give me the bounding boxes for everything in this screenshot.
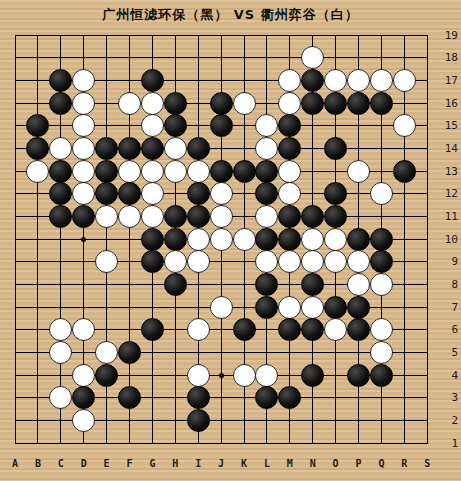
white-stone [118, 92, 141, 115]
black-stone [255, 228, 278, 251]
black-stone [347, 228, 370, 251]
row-label: 15 [438, 119, 458, 132]
black-stone [233, 160, 256, 183]
go-viewer: { "game": "go", "title": "广州恒滤环保（黑） VS 衢… [0, 0, 461, 481]
white-stone [72, 137, 95, 160]
black-stone [301, 318, 324, 341]
white-stone [95, 250, 118, 273]
grid-line-v [15, 35, 16, 444]
row-label: 13 [438, 165, 458, 178]
white-stone [210, 205, 233, 228]
white-stone [233, 364, 256, 387]
white-stone [49, 137, 72, 160]
black-stone [301, 92, 324, 115]
grid-line-h [15, 352, 428, 353]
row-label: 6 [438, 323, 458, 336]
white-stone [255, 137, 278, 160]
black-stone [347, 364, 370, 387]
black-stone [370, 250, 393, 273]
col-label: L [257, 457, 277, 470]
grid-line-h [15, 443, 428, 444]
black-stone [301, 364, 324, 387]
black-stone [278, 318, 301, 341]
white-stone [26, 160, 49, 183]
black-stone [233, 318, 256, 341]
grid-line-h [15, 35, 428, 36]
white-stone [278, 296, 301, 319]
white-stone [347, 160, 370, 183]
black-stone [255, 296, 278, 319]
white-stone [72, 182, 95, 205]
white-stone [370, 273, 393, 296]
black-stone [164, 273, 187, 296]
row-label: 7 [438, 301, 458, 314]
black-stone [118, 341, 141, 364]
black-stone [255, 160, 278, 183]
white-stone [72, 364, 95, 387]
white-stone [72, 69, 95, 92]
black-stone [210, 160, 233, 183]
black-stone [49, 182, 72, 205]
white-stone [187, 250, 210, 273]
black-stone [95, 182, 118, 205]
white-stone [324, 250, 347, 273]
black-stone [95, 160, 118, 183]
black-stone [164, 92, 187, 115]
white-stone [324, 228, 347, 251]
white-stone [255, 205, 278, 228]
black-stone [301, 273, 324, 296]
go-board[interactable]: ABCDEFGHIJKLMNOPQRS191817161514131211109… [0, 0, 461, 481]
white-stone [210, 296, 233, 319]
white-stone [301, 228, 324, 251]
black-stone [393, 160, 416, 183]
white-stone [347, 250, 370, 273]
white-stone [324, 69, 347, 92]
black-stone [347, 318, 370, 341]
col-label: R [394, 457, 414, 470]
col-label: C [51, 457, 71, 470]
black-stone [141, 69, 164, 92]
black-stone [210, 114, 233, 137]
white-stone [49, 386, 72, 409]
black-stone [324, 137, 347, 160]
black-stone [301, 205, 324, 228]
row-label: 9 [438, 255, 458, 268]
black-stone [210, 92, 233, 115]
row-label: 1 [438, 437, 458, 450]
white-stone [324, 318, 347, 341]
black-stone [118, 386, 141, 409]
black-stone [164, 228, 187, 251]
row-label: 19 [438, 29, 458, 42]
black-stone [347, 92, 370, 115]
row-label: 11 [438, 210, 458, 223]
row-label: 5 [438, 346, 458, 359]
black-stone [49, 205, 72, 228]
white-stone [118, 160, 141, 183]
white-stone [370, 341, 393, 364]
white-stone [187, 228, 210, 251]
col-label: Q [371, 457, 391, 470]
col-label: K [234, 457, 254, 470]
white-stone [72, 114, 95, 137]
row-label: 16 [438, 97, 458, 110]
col-label: M [280, 457, 300, 470]
black-stone [255, 182, 278, 205]
white-stone [141, 182, 164, 205]
black-stone [324, 182, 347, 205]
white-stone [141, 205, 164, 228]
star-point [219, 373, 224, 378]
grid-line-v [37, 35, 38, 444]
white-stone [141, 92, 164, 115]
col-label: H [165, 457, 185, 470]
col-label: A [5, 457, 25, 470]
black-stone [370, 228, 393, 251]
white-stone [210, 182, 233, 205]
row-label: 10 [438, 233, 458, 246]
white-stone [164, 160, 187, 183]
row-label: 17 [438, 74, 458, 87]
white-stone [370, 69, 393, 92]
black-stone [164, 114, 187, 137]
white-stone [164, 250, 187, 273]
white-stone [370, 318, 393, 341]
row-label: 2 [438, 414, 458, 427]
col-label: J [211, 457, 231, 470]
black-stone [324, 205, 347, 228]
white-stone [278, 69, 301, 92]
white-stone [278, 92, 301, 115]
white-stone [210, 228, 233, 251]
black-stone [301, 69, 324, 92]
black-stone [278, 114, 301, 137]
col-label: B [28, 457, 48, 470]
black-stone [370, 364, 393, 387]
col-label: I [188, 457, 208, 470]
col-label: O [326, 457, 346, 470]
white-stone [301, 250, 324, 273]
col-label: D [74, 457, 94, 470]
black-stone [95, 137, 118, 160]
row-label: 4 [438, 369, 458, 382]
black-stone [187, 137, 210, 160]
black-stone [347, 296, 370, 319]
black-stone [26, 137, 49, 160]
col-label: S [417, 457, 437, 470]
black-stone [255, 273, 278, 296]
black-stone [72, 386, 95, 409]
white-stone [301, 296, 324, 319]
black-stone [324, 296, 347, 319]
black-stone [95, 364, 118, 387]
white-stone [95, 341, 118, 364]
col-label: N [303, 457, 323, 470]
black-stone [118, 137, 141, 160]
black-stone [324, 92, 347, 115]
black-stone [49, 92, 72, 115]
white-stone [393, 69, 416, 92]
black-stone [141, 137, 164, 160]
white-stone [72, 318, 95, 341]
black-stone [118, 182, 141, 205]
white-stone [278, 182, 301, 205]
white-stone [255, 114, 278, 137]
black-stone [26, 114, 49, 137]
white-stone [95, 205, 118, 228]
white-stone [255, 250, 278, 273]
white-stone [393, 114, 416, 137]
white-stone [278, 160, 301, 183]
white-stone [187, 160, 210, 183]
white-stone [301, 46, 324, 69]
col-label: P [349, 457, 369, 470]
black-stone [187, 386, 210, 409]
col-label: F [120, 457, 140, 470]
black-stone [278, 137, 301, 160]
black-stone [187, 182, 210, 205]
white-stone [72, 92, 95, 115]
white-stone [164, 137, 187, 160]
row-label: 12 [438, 187, 458, 200]
black-stone [278, 205, 301, 228]
row-label: 3 [438, 391, 458, 404]
white-stone [370, 182, 393, 205]
white-stone [347, 69, 370, 92]
white-stone [278, 250, 301, 273]
white-stone [49, 318, 72, 341]
black-stone [141, 228, 164, 251]
black-stone [72, 205, 95, 228]
black-stone [164, 205, 187, 228]
star-point [81, 237, 86, 242]
black-stone [187, 205, 210, 228]
col-label: E [97, 457, 117, 470]
black-stone [49, 69, 72, 92]
white-stone [141, 160, 164, 183]
white-stone [233, 228, 256, 251]
grid-line-v [404, 35, 405, 444]
black-stone [278, 386, 301, 409]
white-stone [49, 341, 72, 364]
white-stone [347, 273, 370, 296]
grid-line-h [15, 57, 428, 58]
row-label: 14 [438, 142, 458, 155]
black-stone [141, 318, 164, 341]
white-stone [187, 364, 210, 387]
white-stone [255, 364, 278, 387]
black-stone [187, 409, 210, 432]
black-stone [49, 160, 72, 183]
white-stone [72, 160, 95, 183]
row-label: 18 [438, 51, 458, 64]
white-stone [187, 318, 210, 341]
black-stone [278, 228, 301, 251]
white-stone [141, 114, 164, 137]
black-stone [141, 250, 164, 273]
grid-line-v [427, 35, 428, 444]
black-stone [370, 92, 393, 115]
col-label: G [142, 457, 162, 470]
row-label: 8 [438, 278, 458, 291]
white-stone [72, 409, 95, 432]
white-stone [118, 205, 141, 228]
white-stone [233, 92, 256, 115]
black-stone [255, 386, 278, 409]
